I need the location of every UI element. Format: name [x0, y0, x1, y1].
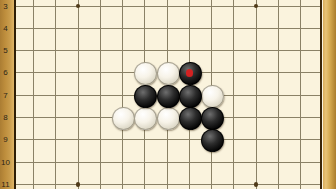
stone-white	[157, 62, 180, 85]
star-point	[254, 4, 259, 9]
row-label-6: 6	[0, 68, 11, 77]
grid-hline	[16, 50, 320, 51]
stone-white	[134, 107, 157, 130]
grid-hline	[16, 184, 320, 185]
grid-hline	[16, 28, 320, 29]
row-label-5: 5	[0, 46, 11, 55]
star-point	[76, 182, 81, 187]
stone-black	[179, 85, 202, 108]
last-move-marker	[186, 69, 193, 76]
stone-black	[134, 85, 157, 108]
row-label-9: 9	[0, 135, 11, 144]
row-label-3: 3	[0, 2, 11, 11]
grid-hline	[16, 6, 320, 7]
row-label-10: 10	[0, 158, 11, 167]
star-point	[254, 182, 259, 187]
stone-black	[201, 107, 224, 130]
stone-white	[157, 107, 180, 130]
board-frame-right	[323, 0, 336, 189]
row-label-11: 11	[0, 180, 11, 189]
row-label-4: 4	[0, 24, 11, 33]
star-point	[76, 4, 81, 9]
stone-white	[201, 85, 224, 108]
stone-white	[134, 62, 157, 85]
grid-hline	[16, 139, 320, 140]
stone-black	[157, 85, 180, 108]
row-label-7: 7	[0, 91, 11, 100]
row-label-8: 8	[0, 113, 11, 122]
grid-hline	[16, 162, 320, 163]
stone-black	[179, 107, 202, 130]
stone-white	[112, 107, 135, 130]
stone-black	[201, 129, 224, 152]
gomoku-board[interactable]: 34567891011	[0, 0, 336, 189]
